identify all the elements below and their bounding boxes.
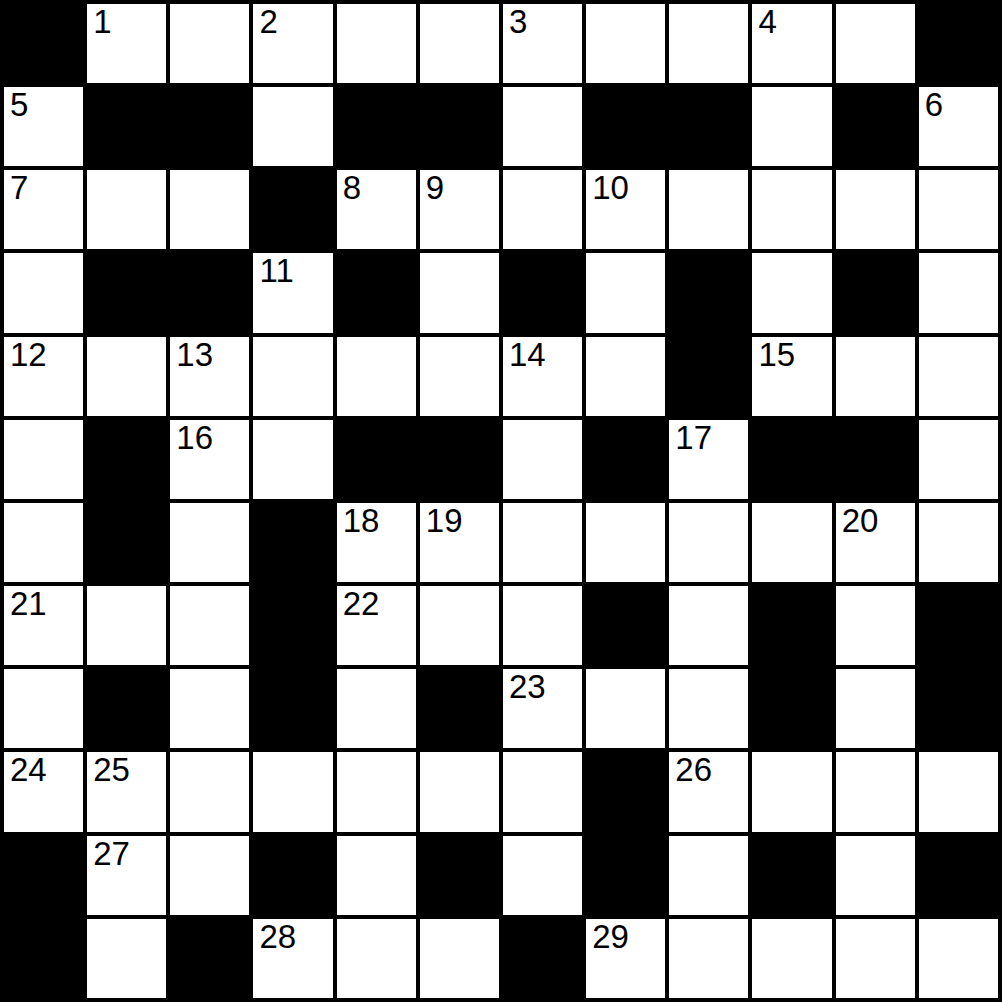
cell-r1c3[interactable] bbox=[253, 87, 332, 166]
clue-number-3: 3 bbox=[509, 5, 527, 38]
clue-number-18: 18 bbox=[343, 504, 380, 537]
cell-r3c0[interactable] bbox=[4, 253, 83, 332]
clue-number-25: 25 bbox=[93, 753, 130, 786]
cell-r9c8[interactable]: 26 bbox=[669, 752, 748, 831]
black-cell-r11c2 bbox=[170, 919, 249, 998]
cell-r4c9[interactable]: 15 bbox=[752, 337, 831, 416]
black-cell-r1c5 bbox=[420, 87, 499, 166]
cell-r2c6[interactable] bbox=[503, 170, 582, 249]
cell-r0c7[interactable] bbox=[586, 4, 665, 83]
cell-r3c7[interactable] bbox=[586, 253, 665, 332]
cell-r3c3[interactable]: 11 bbox=[253, 253, 332, 332]
cell-r4c2[interactable]: 13 bbox=[170, 337, 249, 416]
black-cell-r10c3 bbox=[253, 836, 332, 915]
clue-number-24: 24 bbox=[10, 753, 47, 786]
black-cell-r7c7 bbox=[586, 586, 665, 665]
black-cell-r1c1 bbox=[87, 87, 166, 166]
cell-r5c3[interactable] bbox=[253, 420, 332, 499]
cell-r2c7[interactable]: 10 bbox=[586, 170, 665, 249]
black-cell-r7c11 bbox=[919, 586, 998, 665]
cell-r7c2[interactable] bbox=[170, 586, 249, 665]
cell-r4c3[interactable] bbox=[253, 337, 332, 416]
cell-r2c11[interactable] bbox=[919, 170, 998, 249]
cell-r6c2[interactable] bbox=[170, 503, 249, 582]
clue-number-15: 15 bbox=[758, 338, 795, 371]
black-cell-r5c9 bbox=[752, 420, 831, 499]
cell-r0c6[interactable]: 3 bbox=[503, 4, 582, 83]
cell-r7c4[interactable]: 22 bbox=[337, 586, 416, 665]
black-cell-r1c8 bbox=[669, 87, 748, 166]
black-cell-r3c4 bbox=[337, 253, 416, 332]
clue-number-2: 2 bbox=[259, 5, 277, 38]
cell-r11c11[interactable] bbox=[919, 919, 998, 998]
cell-r8c8[interactable] bbox=[669, 669, 748, 748]
cell-r3c11[interactable] bbox=[919, 253, 998, 332]
cell-r0c9[interactable]: 4 bbox=[752, 4, 831, 83]
cell-r8c0[interactable] bbox=[4, 669, 83, 748]
cell-r5c0[interactable] bbox=[4, 420, 83, 499]
cell-r6c8[interactable] bbox=[669, 503, 748, 582]
cell-r5c8[interactable]: 17 bbox=[669, 420, 748, 499]
clue-number-28: 28 bbox=[259, 920, 296, 953]
clue-number-6: 6 bbox=[925, 88, 943, 121]
black-cell-r1c2 bbox=[170, 87, 249, 166]
clue-number-19: 19 bbox=[426, 504, 463, 537]
cell-r7c5[interactable] bbox=[420, 586, 499, 665]
cell-r1c6[interactable] bbox=[503, 87, 582, 166]
cell-r5c11[interactable] bbox=[919, 420, 998, 499]
black-cell-r6c3 bbox=[253, 503, 332, 582]
black-cell-r8c1 bbox=[87, 669, 166, 748]
black-cell-r5c7 bbox=[586, 420, 665, 499]
clue-number-20: 20 bbox=[842, 504, 879, 537]
black-cell-r1c4 bbox=[337, 87, 416, 166]
cell-r4c4[interactable] bbox=[337, 337, 416, 416]
cell-r9c0[interactable]: 24 bbox=[4, 752, 83, 831]
black-cell-r3c6 bbox=[503, 253, 582, 332]
black-cell-r2c3 bbox=[253, 170, 332, 249]
cell-r8c10[interactable] bbox=[836, 669, 915, 748]
black-cell-r7c9 bbox=[752, 586, 831, 665]
black-cell-r8c9 bbox=[752, 669, 831, 748]
cell-r4c7[interactable] bbox=[586, 337, 665, 416]
cell-r0c1[interactable]: 1 bbox=[87, 4, 166, 83]
cell-r2c4[interactable]: 8 bbox=[337, 170, 416, 249]
cell-r6c5[interactable]: 19 bbox=[420, 503, 499, 582]
cell-r10c6[interactable] bbox=[503, 836, 582, 915]
black-cell-r5c10 bbox=[836, 420, 915, 499]
black-cell-r8c11 bbox=[919, 669, 998, 748]
cell-r1c11[interactable]: 6 bbox=[919, 87, 998, 166]
cell-r1c0[interactable]: 5 bbox=[4, 87, 83, 166]
clue-number-16: 16 bbox=[176, 421, 213, 454]
cell-r7c10[interactable] bbox=[836, 586, 915, 665]
cell-r2c5[interactable]: 9 bbox=[420, 170, 499, 249]
crossword-grid: 1234567891011121314151617181920212223242… bbox=[0, 0, 1002, 1002]
cell-r4c1[interactable] bbox=[87, 337, 166, 416]
cell-r10c1[interactable]: 27 bbox=[87, 836, 166, 915]
cell-r6c10[interactable]: 20 bbox=[836, 503, 915, 582]
cell-r11c4[interactable] bbox=[337, 919, 416, 998]
black-cell-r1c10 bbox=[836, 87, 915, 166]
cell-r7c6[interactable] bbox=[503, 586, 582, 665]
cell-r10c4[interactable] bbox=[337, 836, 416, 915]
black-cell-r3c10 bbox=[836, 253, 915, 332]
cell-r9c2[interactable] bbox=[170, 752, 249, 831]
cell-r10c8[interactable] bbox=[669, 836, 748, 915]
cell-r0c8[interactable] bbox=[669, 4, 748, 83]
cell-r9c4[interactable] bbox=[337, 752, 416, 831]
clue-number-23: 23 bbox=[509, 670, 546, 703]
black-cell-r11c6 bbox=[503, 919, 582, 998]
cell-r0c4[interactable] bbox=[337, 4, 416, 83]
cell-r9c3[interactable] bbox=[253, 752, 332, 831]
clue-number-21: 21 bbox=[10, 587, 47, 620]
cell-r2c9[interactable] bbox=[752, 170, 831, 249]
clue-number-11: 11 bbox=[259, 254, 293, 287]
clue-number-10: 10 bbox=[592, 171, 629, 204]
clue-number-8: 8 bbox=[343, 171, 361, 204]
cell-r6c0[interactable] bbox=[4, 503, 83, 582]
black-cell-r7c3 bbox=[253, 586, 332, 665]
cell-r7c0[interactable]: 21 bbox=[4, 586, 83, 665]
black-cell-r10c5 bbox=[420, 836, 499, 915]
cell-r10c10[interactable] bbox=[836, 836, 915, 915]
black-cell-r0c11 bbox=[919, 4, 998, 83]
clue-number-13: 13 bbox=[176, 338, 213, 371]
cell-r2c2[interactable] bbox=[170, 170, 249, 249]
clue-number-26: 26 bbox=[675, 753, 712, 786]
clue-number-4: 4 bbox=[758, 5, 776, 38]
clue-number-5: 5 bbox=[10, 88, 28, 121]
black-cell-r8c3 bbox=[253, 669, 332, 748]
cell-r5c2[interactable]: 16 bbox=[170, 420, 249, 499]
clue-number-17: 17 bbox=[675, 421, 712, 454]
cell-r4c5[interactable] bbox=[420, 337, 499, 416]
cell-r11c3[interactable]: 28 bbox=[253, 919, 332, 998]
black-cell-r3c8 bbox=[669, 253, 748, 332]
cell-r11c10[interactable] bbox=[836, 919, 915, 998]
cell-r1c9[interactable] bbox=[752, 87, 831, 166]
cell-r11c8[interactable] bbox=[669, 919, 748, 998]
cell-r2c0[interactable]: 7 bbox=[4, 170, 83, 249]
cell-r10c2[interactable] bbox=[170, 836, 249, 915]
clue-number-14: 14 bbox=[509, 338, 546, 371]
cell-r7c1[interactable] bbox=[87, 586, 166, 665]
cell-r6c9[interactable] bbox=[752, 503, 831, 582]
clue-number-7: 7 bbox=[10, 171, 28, 204]
black-cell-r3c1 bbox=[87, 253, 166, 332]
cell-r2c10[interactable] bbox=[836, 170, 915, 249]
cell-r2c1[interactable] bbox=[87, 170, 166, 249]
cell-r6c6[interactable] bbox=[503, 503, 582, 582]
cell-r4c6[interactable]: 14 bbox=[503, 337, 582, 416]
clue-number-1: 1 bbox=[93, 5, 111, 38]
cell-r8c4[interactable] bbox=[337, 669, 416, 748]
black-cell-r10c0 bbox=[4, 836, 83, 915]
clue-number-29: 29 bbox=[592, 920, 629, 953]
black-cell-r10c7 bbox=[586, 836, 665, 915]
cell-r9c5[interactable] bbox=[420, 752, 499, 831]
cell-r9c1[interactable]: 25 bbox=[87, 752, 166, 831]
clue-number-9: 9 bbox=[426, 171, 444, 204]
cell-r8c2[interactable] bbox=[170, 669, 249, 748]
black-cell-r5c1 bbox=[87, 420, 166, 499]
cell-r8c6[interactable]: 23 bbox=[503, 669, 582, 748]
black-cell-r10c11 bbox=[919, 836, 998, 915]
cell-r7c8[interactable] bbox=[669, 586, 748, 665]
black-cell-r5c5 bbox=[420, 420, 499, 499]
cell-r3c5[interactable] bbox=[420, 253, 499, 332]
cell-r6c4[interactable]: 18 bbox=[337, 503, 416, 582]
clue-number-22: 22 bbox=[343, 587, 380, 620]
cell-r11c7[interactable]: 29 bbox=[586, 919, 665, 998]
black-cell-r6c1 bbox=[87, 503, 166, 582]
cell-r11c9[interactable] bbox=[752, 919, 831, 998]
cell-r4c10[interactable] bbox=[836, 337, 915, 416]
cell-r2c8[interactable] bbox=[669, 170, 748, 249]
cell-r4c11[interactable] bbox=[919, 337, 998, 416]
black-cell-r0c0 bbox=[4, 4, 83, 83]
clue-number-12: 12 bbox=[10, 338, 47, 371]
black-cell-r3c2 bbox=[170, 253, 249, 332]
cell-r3c9[interactable] bbox=[752, 253, 831, 332]
black-cell-r11c0 bbox=[4, 919, 83, 998]
black-cell-r1c7 bbox=[586, 87, 665, 166]
cell-r9c10[interactable] bbox=[836, 752, 915, 831]
cell-r9c9[interactable] bbox=[752, 752, 831, 831]
black-cell-r5c4 bbox=[337, 420, 416, 499]
cell-r9c11[interactable] bbox=[919, 752, 998, 831]
cell-r4c0[interactable]: 12 bbox=[4, 337, 83, 416]
clue-number-27: 27 bbox=[93, 837, 130, 870]
cell-r8c7[interactable] bbox=[586, 669, 665, 748]
cell-r11c1[interactable] bbox=[87, 919, 166, 998]
black-cell-r10c9 bbox=[752, 836, 831, 915]
cell-r0c5[interactable] bbox=[420, 4, 499, 83]
cell-r11c5[interactable] bbox=[420, 919, 499, 998]
cell-r0c10[interactable] bbox=[836, 4, 915, 83]
black-cell-r4c8 bbox=[669, 337, 748, 416]
black-cell-r8c5 bbox=[420, 669, 499, 748]
cell-r0c3[interactable]: 2 bbox=[253, 4, 332, 83]
cell-r0c2[interactable] bbox=[170, 4, 249, 83]
cell-r9c6[interactable] bbox=[503, 752, 582, 831]
cell-r5c6[interactable] bbox=[503, 420, 582, 499]
black-cell-r9c7 bbox=[586, 752, 665, 831]
cell-r6c7[interactable] bbox=[586, 503, 665, 582]
cell-r6c11[interactable] bbox=[919, 503, 998, 582]
